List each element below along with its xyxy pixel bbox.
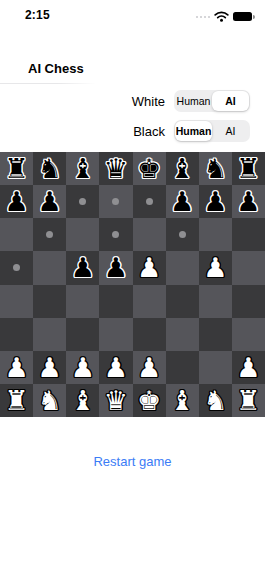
move-hint-dot: [112, 231, 119, 238]
square-e8[interactable]: ♚: [133, 152, 166, 185]
piece-black-bishop: ♝: [170, 152, 194, 185]
square-e7[interactable]: [133, 185, 166, 218]
piece-black-pawn: ♟: [104, 251, 128, 284]
square-a5[interactable]: [0, 251, 33, 284]
cellular-signal-icon: [196, 16, 210, 18]
square-e2[interactable]: ♟: [133, 351, 166, 384]
square-a8[interactable]: ♜: [0, 152, 33, 185]
piece-black-pawn: ♟: [236, 185, 260, 218]
square-f7[interactable]: ♟: [166, 185, 199, 218]
square-g4[interactable]: [199, 285, 232, 318]
restart-game-button[interactable]: Restart game: [0, 453, 265, 470]
piece-white-bishop: ♝: [170, 384, 194, 417]
status-icons: [196, 11, 252, 22]
piece-black-pawn: ♟: [170, 185, 194, 218]
black-human-segment[interactable]: Human: [175, 121, 212, 141]
square-a3[interactable]: [0, 318, 33, 351]
white-ai-segment[interactable]: AI: [212, 91, 249, 111]
square-f6[interactable]: [166, 218, 199, 251]
square-b4[interactable]: [33, 285, 66, 318]
square-d1[interactable]: ♛: [99, 384, 132, 417]
square-b1[interactable]: ♞: [33, 384, 66, 417]
square-h4[interactable]: [232, 285, 265, 318]
square-g8[interactable]: ♞: [199, 152, 232, 185]
square-h1[interactable]: ♜: [232, 384, 265, 417]
square-c2[interactable]: ♟: [66, 351, 99, 384]
square-a4[interactable]: [0, 285, 33, 318]
square-e1[interactable]: ♚: [133, 384, 166, 417]
square-b3[interactable]: [33, 318, 66, 351]
square-h2[interactable]: ♟: [232, 351, 265, 384]
square-c3[interactable]: [66, 318, 99, 351]
black-ai-segment[interactable]: AI: [212, 121, 249, 141]
piece-black-queen: ♛: [104, 152, 128, 185]
move-hint-dot: [46, 231, 53, 238]
piece-black-pawn: ♟: [203, 185, 227, 218]
battery-icon: [233, 12, 252, 21]
piece-white-knight: ♞: [203, 384, 227, 417]
wifi-icon: [214, 11, 229, 22]
white-human-segment[interactable]: Human: [175, 91, 212, 111]
square-f2[interactable]: [166, 351, 199, 384]
square-g3[interactable]: [199, 318, 232, 351]
square-h5[interactable]: [232, 251, 265, 284]
square-f5[interactable]: [166, 251, 199, 284]
title-separator: [0, 83, 96, 84]
square-e4[interactable]: [133, 285, 166, 318]
square-c5[interactable]: ♟: [66, 251, 99, 284]
square-d4[interactable]: [99, 285, 132, 318]
piece-black-pawn: ♟: [38, 185, 62, 218]
square-a7[interactable]: ♟: [0, 185, 33, 218]
piece-black-king: ♚: [137, 152, 161, 185]
piece-white-pawn: ♟: [137, 351, 161, 384]
white-player-segmented-control: Human AI: [174, 90, 250, 112]
move-hint-dot: [146, 198, 153, 205]
piece-black-rook: ♜: [4, 152, 28, 185]
square-d2[interactable]: ♟: [99, 351, 132, 384]
piece-black-pawn: ♟: [71, 251, 95, 284]
chess-board: ♜♞♝♛♚♝♞♜♟♟♟♟♟♟♟♟♟♟♟♟♟♟♟♜♞♝♛♚♝♞♜: [0, 152, 265, 417]
app-screen: 2:15 AI Chess White Human AI Black Human…: [0, 0, 265, 573]
white-player-row: White Human AI: [132, 90, 250, 112]
piece-white-pawn: ♟: [104, 351, 128, 384]
piece-white-pawn: ♟: [38, 351, 62, 384]
square-b7[interactable]: ♟: [33, 185, 66, 218]
piece-white-pawn: ♟: [4, 351, 28, 384]
square-e5[interactable]: ♟: [133, 251, 166, 284]
piece-white-pawn: ♟: [137, 251, 161, 284]
piece-white-pawn: ♟: [236, 351, 260, 384]
square-g5[interactable]: ♟: [199, 251, 232, 284]
square-d6[interactable]: [99, 218, 132, 251]
square-a1[interactable]: ♜: [0, 384, 33, 417]
square-f4[interactable]: [166, 285, 199, 318]
square-b8[interactable]: ♞: [33, 152, 66, 185]
square-g7[interactable]: ♟: [199, 185, 232, 218]
move-hint-dot: [13, 264, 20, 271]
piece-white-rook: ♜: [4, 384, 28, 417]
square-h6[interactable]: [232, 218, 265, 251]
status-bar: 2:15: [0, 0, 265, 30]
square-c4[interactable]: [66, 285, 99, 318]
square-c1[interactable]: ♝: [66, 384, 99, 417]
square-c7[interactable]: [66, 185, 99, 218]
piece-black-rook: ♜: [236, 152, 260, 185]
move-hint-dot: [112, 198, 119, 205]
square-d7[interactable]: [99, 185, 132, 218]
piece-black-knight: ♞: [203, 152, 227, 185]
page-title: AI Chess: [28, 61, 84, 76]
square-e3[interactable]: [133, 318, 166, 351]
piece-white-pawn: ♟: [71, 351, 95, 384]
piece-white-bishop: ♝: [71, 384, 95, 417]
square-e6[interactable]: [133, 218, 166, 251]
white-label: White: [132, 94, 165, 109]
piece-white-rook: ♜: [236, 384, 260, 417]
piece-black-bishop: ♝: [71, 152, 95, 185]
square-d3[interactable]: [99, 318, 132, 351]
square-d5[interactable]: ♟: [99, 251, 132, 284]
move-hint-dot: [179, 231, 186, 238]
square-h7[interactable]: ♟: [232, 185, 265, 218]
square-g2[interactable]: [199, 351, 232, 384]
clock: 2:15: [25, 8, 50, 22]
square-b2[interactable]: ♟: [33, 351, 66, 384]
square-g1[interactable]: ♞: [199, 384, 232, 417]
square-c8[interactable]: ♝: [66, 152, 99, 185]
square-b6[interactable]: [33, 218, 66, 251]
piece-black-pawn: ♟: [4, 185, 28, 218]
square-c6[interactable]: [66, 218, 99, 251]
square-g6[interactable]: [199, 218, 232, 251]
square-f1[interactable]: ♝: [166, 384, 199, 417]
piece-white-queen: ♛: [104, 384, 128, 417]
square-b5[interactable]: [33, 251, 66, 284]
square-a2[interactable]: ♟: [0, 351, 33, 384]
piece-white-king: ♚: [137, 384, 161, 417]
square-f8[interactable]: ♝: [166, 152, 199, 185]
move-hint-dot: [79, 198, 86, 205]
square-a6[interactable]: [0, 218, 33, 251]
square-h8[interactable]: ♜: [232, 152, 265, 185]
black-player-row: Black Human AI: [133, 120, 250, 142]
piece-black-knight: ♞: [38, 152, 62, 185]
square-f3[interactable]: [166, 318, 199, 351]
black-player-segmented-control: Human AI: [174, 120, 250, 142]
square-h3[interactable]: [232, 318, 265, 351]
piece-white-knight: ♞: [38, 384, 62, 417]
black-label: Black: [133, 124, 165, 139]
square-d8[interactable]: ♛: [99, 152, 132, 185]
piece-white-pawn: ♟: [203, 251, 227, 284]
